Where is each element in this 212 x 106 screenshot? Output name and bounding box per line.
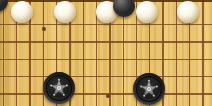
black-stone-star-badge[interactable] <box>43 72 75 104</box>
grid-hline-4 <box>0 59 212 60</box>
grid-hline-3 <box>0 41 212 42</box>
grid-vline-16 <box>202 0 203 106</box>
grid-hline-5 <box>0 76 212 77</box>
white-stone[interactable] <box>136 1 158 23</box>
star-badge-icon <box>140 79 159 98</box>
white-stone[interactable] <box>54 1 76 23</box>
grid-vline-7 <box>83 0 84 106</box>
hoshi-star-point-1 <box>42 27 46 31</box>
hoshi-star-point-2 <box>106 94 110 98</box>
white-stone[interactable] <box>177 1 199 23</box>
black-stone-star-badge[interactable] <box>133 73 165 105</box>
go-board[interactable] <box>0 0 212 106</box>
black-stone[interactable] <box>113 0 135 17</box>
grid-vline-1 <box>3 0 4 106</box>
star-badge-icon <box>50 79 69 98</box>
grid-hline-2 <box>0 24 212 25</box>
